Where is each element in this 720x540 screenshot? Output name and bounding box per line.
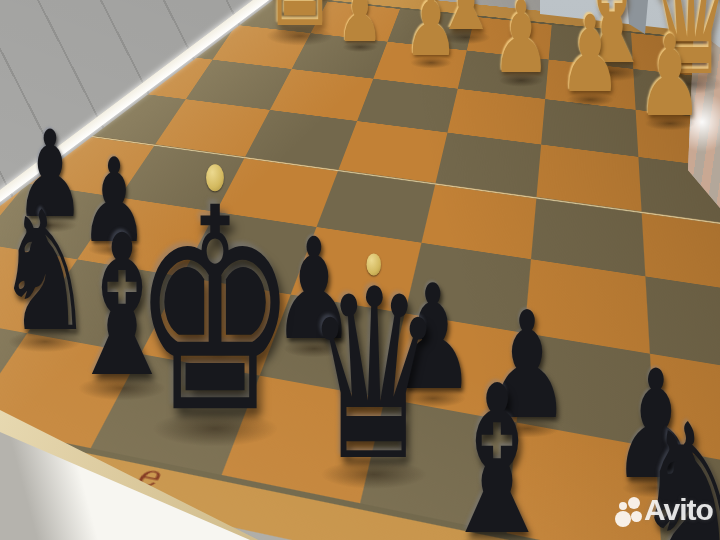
chess-set-photo: fe ♚♟♟♝♟♟♝♟♛♟♟♞♝♚♟♛♟♟♝♟♞ Avito (0, 0, 720, 540)
chess-board: fe (0, 0, 720, 540)
file-label-f: f (0, 431, 31, 465)
file-label-e: e (130, 457, 166, 494)
board-squares-grid (0, 0, 720, 540)
square-a1 (655, 448, 720, 540)
square-c1 (360, 398, 516, 533)
